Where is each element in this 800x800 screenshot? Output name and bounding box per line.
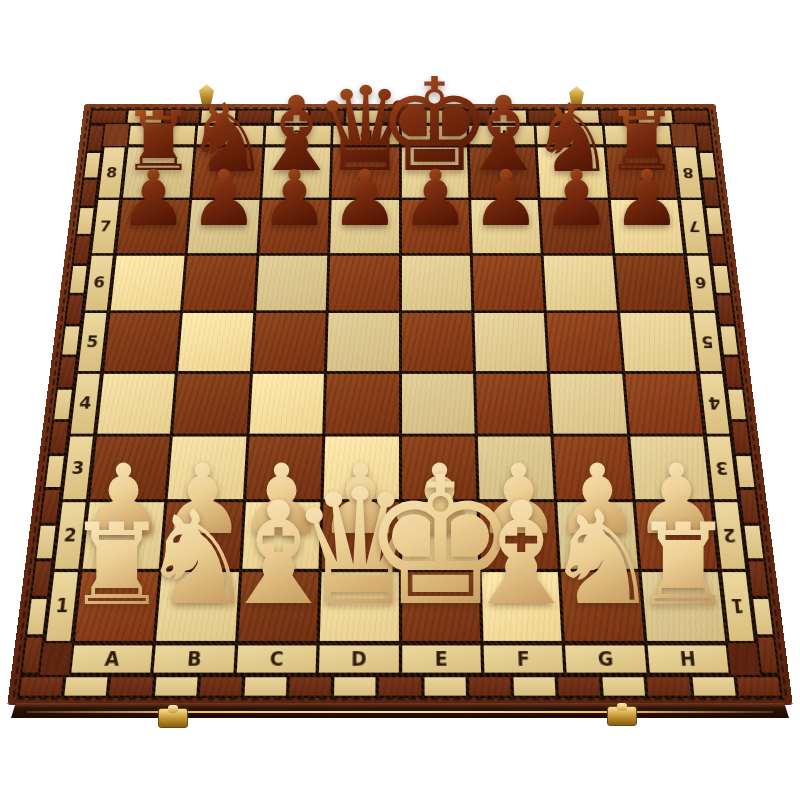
ring-block [758, 637, 778, 673]
ring-block [274, 111, 308, 123]
ring-block [513, 677, 555, 695]
square-d1[interactable] [320, 572, 398, 641]
label-text: G [563, 127, 577, 142]
label-text: 6 [92, 274, 105, 291]
square-f2[interactable] [480, 502, 558, 568]
files-top-c: C [265, 126, 331, 145]
ring-block [164, 111, 199, 123]
ring-block [289, 677, 331, 695]
ring-block [713, 266, 730, 293]
chess-board: ABCDEFGH ABCDEFGH 87654321 87654321 [7, 104, 793, 705]
label-text: 4 [78, 394, 92, 413]
label-text: A [156, 127, 170, 142]
ring-block [50, 422, 68, 453]
square-b5[interactable] [178, 313, 253, 370]
ranks-right-4: 4 [700, 373, 729, 433]
square-c2[interactable] [242, 502, 320, 568]
ring-block [128, 111, 163, 123]
square-f3[interactable] [478, 436, 554, 499]
label-text: A [104, 648, 121, 671]
square-g8[interactable] [538, 147, 608, 197]
square-h4[interactable] [625, 373, 703, 433]
square-g6[interactable] [544, 256, 617, 311]
files-top-e: E [401, 126, 466, 145]
files-bottom-g: G [565, 645, 646, 672]
ring-block [558, 677, 601, 695]
label-text: G [597, 648, 614, 671]
ring-block [637, 111, 672, 123]
ranks-right-2: 2 [714, 502, 745, 568]
label-text: F [516, 648, 530, 671]
ring-block [469, 677, 511, 695]
square-a8[interactable] [123, 147, 194, 197]
label-text: 7 [688, 218, 701, 235]
label-text: 8 [105, 164, 118, 180]
square-f1[interactable] [481, 572, 561, 641]
square-d2[interactable] [322, 502, 399, 568]
ring-block [74, 236, 91, 263]
ring-block [27, 599, 47, 634]
square-b7[interactable] [188, 200, 259, 253]
ring-block [81, 180, 97, 206]
ring-block [58, 357, 76, 386]
label-text: C [269, 648, 284, 671]
square-d6[interactable] [329, 256, 399, 311]
brass-clasp-left [199, 84, 214, 106]
label-text: H [630, 127, 644, 142]
square-h3[interactable] [630, 436, 710, 499]
ring-block [66, 296, 83, 324]
ring-block [54, 390, 72, 420]
label-text: H [679, 648, 697, 671]
label-text: E [429, 127, 440, 142]
decorative-ring-top [89, 109, 711, 124]
square-e8[interactable] [401, 147, 468, 197]
ring-block [109, 677, 152, 695]
label-text: B [224, 127, 237, 142]
square-g7[interactable] [541, 200, 612, 253]
ring-block [492, 111, 526, 123]
board-surface: ABCDEFGH ABCDEFGH 87654321 87654321 [7, 104, 793, 705]
square-b1[interactable] [156, 572, 238, 641]
ranks-right-7: 7 [681, 200, 708, 253]
label-text: E [435, 648, 448, 671]
square-a1[interactable] [75, 572, 159, 641]
square-b8[interactable] [193, 147, 263, 197]
files-bottom-e: E [402, 645, 481, 672]
square-e3[interactable] [402, 436, 477, 499]
ring-block [737, 677, 781, 695]
square-b2[interactable] [162, 502, 242, 568]
label-text: D [351, 648, 367, 671]
square-c5[interactable] [253, 313, 326, 370]
ring-block [22, 637, 42, 673]
ring-block [456, 111, 490, 123]
ring-block [528, 111, 562, 123]
ring-block [732, 422, 750, 453]
square-e6[interactable] [401, 256, 471, 311]
label-text: 8 [682, 164, 695, 180]
brass-hinge-left [158, 708, 188, 728]
square-c4[interactable] [249, 373, 324, 433]
square-d8[interactable] [332, 147, 399, 197]
ring-block [706, 208, 722, 234]
ring-block [749, 562, 768, 596]
file-labels-bottom: ABCDEFGH [69, 643, 731, 675]
ring-block [721, 326, 738, 355]
ring-block [647, 677, 690, 695]
ring-block [700, 153, 716, 178]
ring-block [703, 180, 719, 206]
ring-block [736, 456, 754, 487]
files-top-g: G [537, 126, 603, 145]
square-d4[interactable] [325, 373, 398, 433]
files-top-b: B [197, 126, 263, 145]
label-text: 5 [86, 333, 100, 351]
chess-set-photo: ABCDEFGH ABCDEFGH 87654321 87654321 ♜♞♝♛… [0, 0, 800, 800]
square-a4[interactable] [97, 373, 175, 433]
square-h8[interactable] [606, 147, 677, 197]
ring-block [565, 111, 600, 123]
ring-block [383, 111, 417, 123]
square-h2[interactable] [635, 502, 717, 568]
files-top-h: H [604, 126, 671, 145]
ring-block [244, 677, 286, 695]
label-text: 1 [730, 595, 745, 617]
label-text: 3 [715, 458, 730, 478]
ring-block [310, 111, 344, 123]
label-text: 4 [708, 394, 722, 413]
square-h1[interactable] [641, 572, 725, 641]
ring-block [154, 677, 197, 695]
ring-block [724, 357, 742, 386]
files-bottom-f: F [483, 645, 563, 672]
ranks-right-1: 1 [722, 572, 754, 641]
ring-block [20, 677, 64, 695]
ring-block [728, 390, 746, 420]
square-g4[interactable] [550, 373, 626, 433]
square-g1[interactable] [561, 572, 643, 641]
ring-block [41, 490, 60, 522]
decorative-ring-bottom [17, 675, 783, 698]
square-d7[interactable] [330, 200, 398, 253]
label-text: B [186, 648, 202, 671]
brass-hinge-line [27, 711, 774, 713]
label-text: 2 [63, 525, 78, 546]
ring-block [744, 526, 763, 559]
label-text: 3 [71, 458, 86, 478]
ring-block [77, 208, 93, 234]
label-text: 1 [55, 595, 70, 617]
square-g2[interactable] [557, 502, 637, 568]
square-f6[interactable] [473, 256, 544, 311]
files-top-f: F [469, 126, 535, 145]
square-f8[interactable] [470, 147, 538, 197]
square-c6[interactable] [256, 256, 327, 311]
ranks-right-5: 5 [694, 313, 722, 370]
files-top-d: D [333, 126, 398, 145]
ring-block [347, 111, 381, 123]
square-d5[interactable] [327, 313, 398, 370]
square-e7[interactable] [401, 200, 469, 253]
label-text: F [496, 127, 507, 142]
square-c8[interactable] [262, 147, 330, 197]
square-h5[interactable] [620, 313, 696, 370]
ring-block [84, 153, 100, 178]
ring-block [740, 490, 759, 522]
ring-block [70, 266, 87, 293]
files-bottom-d: D [319, 645, 398, 672]
square-c1[interactable] [238, 572, 318, 641]
square-b4[interactable] [173, 373, 249, 433]
ring-block [710, 236, 727, 263]
square-e5[interactable] [401, 313, 472, 370]
label-text: C [292, 127, 304, 142]
ring-block [32, 562, 51, 596]
square-a3[interactable] [90, 436, 170, 499]
ring-block [601, 111, 636, 123]
square-h7[interactable] [610, 200, 683, 253]
square-f4[interactable] [476, 373, 551, 433]
label-text: 2 [722, 525, 737, 546]
ring-block [424, 677, 466, 695]
ring-block [46, 456, 64, 487]
ring-block [717, 296, 734, 324]
files-bottom-c: C [236, 645, 316, 672]
square-c3[interactable] [246, 436, 322, 499]
ring-block [753, 599, 773, 634]
square-g3[interactable] [554, 436, 632, 499]
ring-block [201, 111, 236, 123]
ring-block [692, 677, 735, 695]
square-e2[interactable] [402, 502, 479, 568]
files-top-a: A [129, 126, 196, 145]
square-e1[interactable] [402, 572, 480, 641]
ring-block [603, 677, 646, 695]
square-e4[interactable] [402, 373, 475, 433]
label-text: 6 [694, 274, 707, 291]
square-b3[interactable] [168, 436, 246, 499]
ring-block [91, 111, 126, 123]
label-text: 7 [99, 218, 112, 235]
brass-hinge-right [607, 706, 637, 726]
square-g5[interactable] [547, 313, 622, 370]
ring-block [334, 677, 376, 695]
label-text: 5 [701, 333, 715, 351]
square-b6[interactable] [183, 256, 256, 311]
ring-block [62, 326, 79, 355]
ranks-right-6: 6 [687, 256, 715, 311]
square-a7[interactable] [117, 200, 190, 253]
ring-block [237, 111, 271, 123]
ring-block [88, 126, 104, 150]
files-bottom-a: A [71, 645, 152, 672]
ring-block [674, 111, 709, 123]
square-f7[interactable] [471, 200, 541, 253]
square-a5[interactable] [104, 313, 180, 370]
board-side-edge [11, 703, 789, 718]
ring-block [419, 111, 453, 123]
square-f5[interactable] [474, 313, 547, 370]
ring-block [697, 126, 713, 150]
label-text: D [359, 127, 372, 142]
ranks-right-3: 3 [707, 436, 737, 499]
ring-block [199, 677, 242, 695]
square-d3[interactable] [324, 436, 399, 499]
square-c7[interactable] [259, 200, 329, 253]
ranks-right-8: 8 [675, 147, 701, 197]
square-a2[interactable] [83, 502, 165, 568]
ring-block [379, 677, 421, 695]
playing-field [72, 146, 727, 643]
files-bottom-h: H [647, 645, 728, 672]
ring-block [65, 677, 108, 695]
square-a6[interactable] [111, 256, 185, 311]
ring-block [37, 526, 56, 559]
files-bottom-b: B [154, 645, 235, 672]
file-labels-top: ABCDEFGH [127, 124, 673, 146]
square-h6[interactable] [615, 256, 689, 311]
